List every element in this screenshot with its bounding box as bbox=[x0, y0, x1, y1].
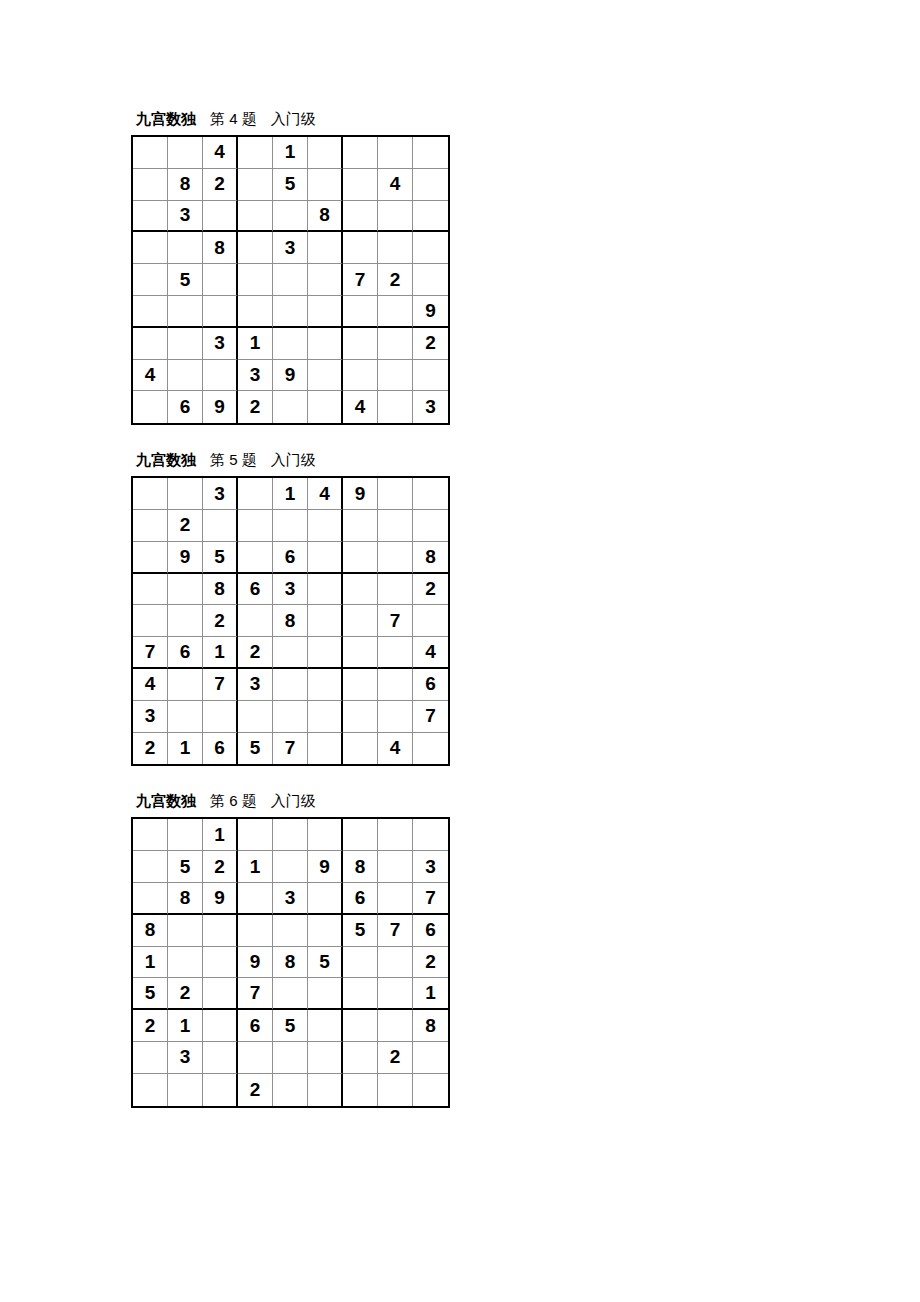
sudoku-cell-r9c6 bbox=[308, 733, 343, 765]
sudoku-grid-6: 152198389367857619852527121658322 bbox=[131, 817, 450, 1107]
sudoku-cell-r5c7 bbox=[343, 947, 378, 979]
sudoku-worksheet-page: 九宫数独第 4 题入门级 4182543883572931243969243 九… bbox=[0, 0, 920, 1108]
sudoku-cell-r4c2 bbox=[168, 232, 203, 264]
sudoku-grid-5: 314929568863228776124473637216574 bbox=[131, 476, 450, 766]
sudoku-cell-r7c8 bbox=[378, 328, 413, 360]
sudoku-cell-r7c7 bbox=[343, 328, 378, 360]
sudoku-cell-r2c1 bbox=[133, 510, 168, 542]
sudoku-cell-r4c3 bbox=[203, 915, 238, 947]
sudoku-cell-r8c5 bbox=[273, 1042, 308, 1074]
sudoku-cell-r6c2: 6 bbox=[168, 637, 203, 669]
sudoku-cell-r5c9 bbox=[413, 605, 448, 637]
puzzle-number-label: 第 6 题 bbox=[210, 792, 257, 809]
puzzle-number-label: 第 5 题 bbox=[210, 451, 257, 468]
sudoku-cell-r6c7 bbox=[343, 978, 378, 1010]
sudoku-cell-r7c3 bbox=[203, 1010, 238, 1042]
sudoku-cell-r9c7 bbox=[343, 733, 378, 765]
sudoku-cell-r9c7 bbox=[343, 1074, 378, 1106]
sudoku-cell-r8c4 bbox=[238, 701, 273, 733]
sudoku-cell-r5c3 bbox=[203, 264, 238, 296]
sudoku-cell-r6c7 bbox=[343, 296, 378, 328]
puzzle-series-label: 九宫数独 bbox=[136, 451, 196, 468]
sudoku-cell-r3c1 bbox=[133, 883, 168, 915]
sudoku-cell-r2c6 bbox=[308, 169, 343, 201]
sudoku-cell-r8c1 bbox=[133, 1042, 168, 1074]
sudoku-cell-r3c6: 8 bbox=[308, 201, 343, 233]
sudoku-cell-r6c4: 7 bbox=[238, 978, 273, 1010]
sudoku-cell-r9c4: 5 bbox=[238, 733, 273, 765]
sudoku-cell-r8c8: 2 bbox=[378, 1042, 413, 1074]
sudoku-cell-r5c2 bbox=[168, 947, 203, 979]
sudoku-cell-r8c8 bbox=[378, 701, 413, 733]
sudoku-cell-r4c2 bbox=[168, 574, 203, 606]
sudoku-cell-r1c6: 4 bbox=[308, 478, 343, 510]
sudoku-cell-r5c4: 9 bbox=[238, 947, 273, 979]
sudoku-cell-r3c8 bbox=[378, 542, 413, 574]
sudoku-cell-r2c6: 9 bbox=[308, 851, 343, 883]
sudoku-cell-r4c5 bbox=[273, 915, 308, 947]
sudoku-cell-r2c3: 2 bbox=[203, 851, 238, 883]
sudoku-cell-r4c2 bbox=[168, 915, 203, 947]
sudoku-cell-r8c1: 3 bbox=[133, 701, 168, 733]
sudoku-cell-r6c8 bbox=[378, 978, 413, 1010]
sudoku-cell-r5c7 bbox=[343, 605, 378, 637]
sudoku-cell-r9c8 bbox=[378, 1074, 413, 1106]
sudoku-cell-r4c8 bbox=[378, 232, 413, 264]
sudoku-cell-r4c7: 5 bbox=[343, 915, 378, 947]
sudoku-cell-r5c3 bbox=[203, 947, 238, 979]
sudoku-cell-r8c4 bbox=[238, 1042, 273, 1074]
sudoku-cell-r1c9 bbox=[413, 137, 448, 169]
sudoku-cell-r7c2 bbox=[168, 328, 203, 360]
sudoku-cell-r3c5: 6 bbox=[273, 542, 308, 574]
sudoku-cell-r6c3 bbox=[203, 296, 238, 328]
sudoku-cell-r3c6 bbox=[308, 883, 343, 915]
sudoku-cell-r4c7 bbox=[343, 574, 378, 606]
puzzle-level-label: 入门级 bbox=[271, 792, 316, 809]
sudoku-cell-r8c9: 7 bbox=[413, 701, 448, 733]
sudoku-cell-r4c1 bbox=[133, 574, 168, 606]
sudoku-cell-r1c2 bbox=[168, 478, 203, 510]
sudoku-cell-r6c5 bbox=[273, 296, 308, 328]
puzzle-level-label: 入门级 bbox=[271, 451, 316, 468]
sudoku-cell-r5c1 bbox=[133, 264, 168, 296]
sudoku-cell-r3c2: 3 bbox=[168, 201, 203, 233]
sudoku-cell-r5c9 bbox=[413, 264, 448, 296]
sudoku-cell-r9c5 bbox=[273, 1074, 308, 1106]
puzzle-number-label: 第 4 题 bbox=[210, 110, 257, 127]
sudoku-cell-r8c5: 9 bbox=[273, 360, 308, 392]
sudoku-cell-r1c8 bbox=[378, 478, 413, 510]
sudoku-cell-r6c1 bbox=[133, 296, 168, 328]
sudoku-cell-r5c5 bbox=[273, 264, 308, 296]
sudoku-cell-r5c8: 2 bbox=[378, 264, 413, 296]
sudoku-cell-r3c5 bbox=[273, 201, 308, 233]
sudoku-cell-r1c4 bbox=[238, 819, 273, 851]
sudoku-cell-r8c3 bbox=[203, 360, 238, 392]
sudoku-cell-r2c9: 3 bbox=[413, 851, 448, 883]
sudoku-cell-r3c5: 3 bbox=[273, 883, 308, 915]
sudoku-cell-r9c6 bbox=[308, 391, 343, 423]
sudoku-cell-r9c2: 6 bbox=[168, 391, 203, 423]
sudoku-cell-r6c1: 7 bbox=[133, 637, 168, 669]
sudoku-cell-r7c8 bbox=[378, 1010, 413, 1042]
sudoku-cell-r7c4: 6 bbox=[238, 1010, 273, 1042]
sudoku-cell-r5c6 bbox=[308, 264, 343, 296]
sudoku-cell-r1c5: 1 bbox=[273, 137, 308, 169]
sudoku-cell-r1c4 bbox=[238, 137, 273, 169]
puzzle-title-4: 九宫数独第 4 题入门级 bbox=[136, 110, 920, 128]
sudoku-cell-r4c9 bbox=[413, 232, 448, 264]
sudoku-cell-r7c1: 2 bbox=[133, 1010, 168, 1042]
sudoku-cell-r5c5: 8 bbox=[273, 605, 308, 637]
sudoku-cell-r5c8 bbox=[378, 947, 413, 979]
sudoku-cell-r2c4 bbox=[238, 510, 273, 542]
sudoku-cell-r5c1 bbox=[133, 605, 168, 637]
sudoku-cell-r3c9 bbox=[413, 201, 448, 233]
sudoku-cell-r6c2: 2 bbox=[168, 978, 203, 1010]
sudoku-cell-r6c4: 2 bbox=[238, 637, 273, 669]
sudoku-cell-r6c5 bbox=[273, 978, 308, 1010]
sudoku-cell-r7c5 bbox=[273, 669, 308, 701]
sudoku-cell-r3c9: 8 bbox=[413, 542, 448, 574]
sudoku-cell-r9c1 bbox=[133, 1074, 168, 1106]
sudoku-cell-r1c7 bbox=[343, 819, 378, 851]
sudoku-cell-r4c1 bbox=[133, 232, 168, 264]
sudoku-cell-r8c3 bbox=[203, 701, 238, 733]
puzzle-section-5: 九宫数独第 5 题入门级 314929568863228776124473637… bbox=[131, 451, 920, 766]
sudoku-cell-r9c9: 3 bbox=[413, 391, 448, 423]
sudoku-cell-r6c3 bbox=[203, 978, 238, 1010]
sudoku-cell-r6c6 bbox=[308, 296, 343, 328]
sudoku-cell-r2c7 bbox=[343, 169, 378, 201]
sudoku-cell-r4c4 bbox=[238, 232, 273, 264]
sudoku-cell-r1c8 bbox=[378, 819, 413, 851]
sudoku-cell-r3c2: 8 bbox=[168, 883, 203, 915]
sudoku-cell-r6c6 bbox=[308, 637, 343, 669]
sudoku-cell-r9c4: 2 bbox=[238, 391, 273, 423]
sudoku-cell-r7c1: 4 bbox=[133, 669, 168, 701]
sudoku-cell-r4c8: 7 bbox=[378, 915, 413, 947]
sudoku-cell-r8c6 bbox=[308, 701, 343, 733]
sudoku-cell-r4c9: 6 bbox=[413, 915, 448, 947]
sudoku-cell-r8c9 bbox=[413, 360, 448, 392]
sudoku-cell-r5c2: 5 bbox=[168, 264, 203, 296]
sudoku-cell-r4c9: 2 bbox=[413, 574, 448, 606]
sudoku-cell-r2c3 bbox=[203, 510, 238, 542]
sudoku-cell-r2c5: 5 bbox=[273, 169, 308, 201]
sudoku-cell-r1c3: 3 bbox=[203, 478, 238, 510]
sudoku-cell-r3c3 bbox=[203, 201, 238, 233]
puzzle-title-5: 九宫数独第 5 题入门级 bbox=[136, 451, 920, 469]
sudoku-cell-r8c7 bbox=[343, 701, 378, 733]
sudoku-cell-r1c7 bbox=[343, 137, 378, 169]
sudoku-cell-r2c2: 5 bbox=[168, 851, 203, 883]
sudoku-cell-r3c7: 6 bbox=[343, 883, 378, 915]
sudoku-cell-r9c3: 6 bbox=[203, 733, 238, 765]
sudoku-cell-r8c2: 3 bbox=[168, 1042, 203, 1074]
sudoku-cell-r7c7 bbox=[343, 669, 378, 701]
sudoku-cell-r3c7 bbox=[343, 201, 378, 233]
sudoku-cell-r7c9: 6 bbox=[413, 669, 448, 701]
sudoku-cell-r9c3 bbox=[203, 1074, 238, 1106]
sudoku-cell-r4c4 bbox=[238, 915, 273, 947]
sudoku-cell-r7c6 bbox=[308, 669, 343, 701]
sudoku-cell-r1c7: 9 bbox=[343, 478, 378, 510]
sudoku-cell-r6c9: 4 bbox=[413, 637, 448, 669]
sudoku-cell-r7c2: 1 bbox=[168, 1010, 203, 1042]
sudoku-cell-r2c1 bbox=[133, 851, 168, 883]
sudoku-cell-r9c9 bbox=[413, 733, 448, 765]
sudoku-cell-r2c9 bbox=[413, 510, 448, 542]
sudoku-cell-r7c3: 7 bbox=[203, 669, 238, 701]
sudoku-cell-r1c8 bbox=[378, 137, 413, 169]
sudoku-cell-r8c2 bbox=[168, 360, 203, 392]
sudoku-cell-r7c5 bbox=[273, 328, 308, 360]
sudoku-cell-r4c6 bbox=[308, 574, 343, 606]
sudoku-cell-r7c5: 5 bbox=[273, 1010, 308, 1042]
sudoku-cell-r9c3: 9 bbox=[203, 391, 238, 423]
sudoku-cell-r8c3 bbox=[203, 1042, 238, 1074]
sudoku-cell-r8c5 bbox=[273, 701, 308, 733]
sudoku-cell-r2c4: 1 bbox=[238, 851, 273, 883]
sudoku-cell-r6c6 bbox=[308, 978, 343, 1010]
sudoku-cell-r7c6 bbox=[308, 1010, 343, 1042]
sudoku-cell-r4c6 bbox=[308, 915, 343, 947]
sudoku-cell-r6c4 bbox=[238, 296, 273, 328]
sudoku-cell-r2c4 bbox=[238, 169, 273, 201]
sudoku-cell-r2c2: 8 bbox=[168, 169, 203, 201]
sudoku-cell-r6c2 bbox=[168, 296, 203, 328]
sudoku-cell-r3c7 bbox=[343, 542, 378, 574]
sudoku-cell-r8c2 bbox=[168, 701, 203, 733]
sudoku-cell-r2c6 bbox=[308, 510, 343, 542]
sudoku-cell-r2c9 bbox=[413, 169, 448, 201]
sudoku-cell-r1c6 bbox=[308, 819, 343, 851]
sudoku-cell-r6c5 bbox=[273, 637, 308, 669]
sudoku-cell-r1c6 bbox=[308, 137, 343, 169]
sudoku-cell-r5c2 bbox=[168, 605, 203, 637]
sudoku-cell-r4c1: 8 bbox=[133, 915, 168, 947]
sudoku-cell-r3c8 bbox=[378, 201, 413, 233]
sudoku-cell-r1c9 bbox=[413, 819, 448, 851]
sudoku-cell-r8c7 bbox=[343, 1042, 378, 1074]
sudoku-cell-r1c9 bbox=[413, 478, 448, 510]
sudoku-cell-r2c3: 2 bbox=[203, 169, 238, 201]
puzzle-series-label: 九宫数独 bbox=[136, 792, 196, 809]
sudoku-cell-r4c8 bbox=[378, 574, 413, 606]
sudoku-cell-r5c4 bbox=[238, 605, 273, 637]
sudoku-cell-r1c3: 4 bbox=[203, 137, 238, 169]
sudoku-cell-r3c4 bbox=[238, 542, 273, 574]
sudoku-cell-r2c1 bbox=[133, 169, 168, 201]
sudoku-cell-r5c6: 5 bbox=[308, 947, 343, 979]
sudoku-cell-r4c7 bbox=[343, 232, 378, 264]
sudoku-cell-r9c2: 1 bbox=[168, 733, 203, 765]
sudoku-cell-r7c7 bbox=[343, 1010, 378, 1042]
sudoku-cell-r1c2 bbox=[168, 819, 203, 851]
sudoku-grid-4: 4182543883572931243969243 bbox=[131, 135, 450, 425]
sudoku-cell-r6c8 bbox=[378, 296, 413, 328]
puzzle-title-6: 九宫数独第 6 题入门级 bbox=[136, 792, 920, 810]
sudoku-cell-r8c6 bbox=[308, 360, 343, 392]
sudoku-cell-r4c5: 3 bbox=[273, 232, 308, 264]
sudoku-cell-r9c6 bbox=[308, 1074, 343, 1106]
sudoku-cell-r3c1 bbox=[133, 201, 168, 233]
sudoku-cell-r6c3: 1 bbox=[203, 637, 238, 669]
sudoku-cell-r8c1: 4 bbox=[133, 360, 168, 392]
sudoku-cell-r1c5 bbox=[273, 819, 308, 851]
sudoku-cell-r5c7: 7 bbox=[343, 264, 378, 296]
sudoku-cell-r5c6 bbox=[308, 605, 343, 637]
sudoku-cell-r7c6 bbox=[308, 328, 343, 360]
sudoku-cell-r8c4: 3 bbox=[238, 360, 273, 392]
sudoku-cell-r3c2: 9 bbox=[168, 542, 203, 574]
sudoku-cell-r7c2 bbox=[168, 669, 203, 701]
sudoku-cell-r2c7: 8 bbox=[343, 851, 378, 883]
sudoku-cell-r4c5: 3 bbox=[273, 574, 308, 606]
sudoku-cell-r9c7: 4 bbox=[343, 391, 378, 423]
sudoku-cell-r9c9 bbox=[413, 1074, 448, 1106]
sudoku-cell-r9c2 bbox=[168, 1074, 203, 1106]
puzzle-level-label: 入门级 bbox=[271, 110, 316, 127]
sudoku-cell-r9c5: 7 bbox=[273, 733, 308, 765]
sudoku-cell-r7c1 bbox=[133, 328, 168, 360]
sudoku-cell-r1c1 bbox=[133, 137, 168, 169]
sudoku-cell-r9c8 bbox=[378, 391, 413, 423]
sudoku-cell-r4c3: 8 bbox=[203, 574, 238, 606]
sudoku-cell-r4c3: 8 bbox=[203, 232, 238, 264]
sudoku-cell-r7c8 bbox=[378, 669, 413, 701]
sudoku-cell-r9c8: 4 bbox=[378, 733, 413, 765]
sudoku-cell-r6c8 bbox=[378, 637, 413, 669]
sudoku-cell-r2c7 bbox=[343, 510, 378, 542]
sudoku-cell-r8c6 bbox=[308, 1042, 343, 1074]
sudoku-cell-r5c9: 2 bbox=[413, 947, 448, 979]
puzzle-series-label: 九宫数独 bbox=[136, 110, 196, 127]
sudoku-cell-r1c4 bbox=[238, 478, 273, 510]
sudoku-cell-r2c8 bbox=[378, 851, 413, 883]
sudoku-cell-r2c5 bbox=[273, 851, 308, 883]
sudoku-cell-r7c9: 2 bbox=[413, 328, 448, 360]
sudoku-cell-r5c4 bbox=[238, 264, 273, 296]
sudoku-cell-r6c7 bbox=[343, 637, 378, 669]
sudoku-cell-r9c1: 2 bbox=[133, 733, 168, 765]
sudoku-cell-r7c9: 8 bbox=[413, 1010, 448, 1042]
sudoku-cell-r3c3: 5 bbox=[203, 542, 238, 574]
sudoku-cell-r5c8: 7 bbox=[378, 605, 413, 637]
puzzle-section-6: 九宫数独第 6 题入门级 152198389367857619852527121… bbox=[131, 792, 920, 1107]
sudoku-cell-r3c4 bbox=[238, 201, 273, 233]
sudoku-cell-r2c2: 2 bbox=[168, 510, 203, 542]
sudoku-cell-r6c9: 9 bbox=[413, 296, 448, 328]
sudoku-cell-r3c6 bbox=[308, 542, 343, 574]
sudoku-cell-r2c8 bbox=[378, 510, 413, 542]
sudoku-cell-r9c1 bbox=[133, 391, 168, 423]
sudoku-cell-r6c9: 1 bbox=[413, 978, 448, 1010]
sudoku-cell-r3c3: 9 bbox=[203, 883, 238, 915]
sudoku-cell-r9c4: 2 bbox=[238, 1074, 273, 1106]
sudoku-cell-r5c5: 8 bbox=[273, 947, 308, 979]
sudoku-cell-r1c3: 1 bbox=[203, 819, 238, 851]
sudoku-cell-r7c4: 1 bbox=[238, 328, 273, 360]
sudoku-cell-r3c4 bbox=[238, 883, 273, 915]
sudoku-cell-r5c3: 2 bbox=[203, 605, 238, 637]
sudoku-cell-r3c9: 7 bbox=[413, 883, 448, 915]
sudoku-cell-r3c8 bbox=[378, 883, 413, 915]
sudoku-cell-r1c2 bbox=[168, 137, 203, 169]
sudoku-cell-r7c3: 3 bbox=[203, 328, 238, 360]
sudoku-cell-r1c1 bbox=[133, 819, 168, 851]
sudoku-cell-r2c8: 4 bbox=[378, 169, 413, 201]
sudoku-cell-r4c6 bbox=[308, 232, 343, 264]
sudoku-cell-r4c4: 6 bbox=[238, 574, 273, 606]
sudoku-cell-r2c5 bbox=[273, 510, 308, 542]
sudoku-cell-r3c1 bbox=[133, 542, 168, 574]
sudoku-cell-r5c1: 1 bbox=[133, 947, 168, 979]
sudoku-cell-r7c4: 3 bbox=[238, 669, 273, 701]
sudoku-cell-r9c5 bbox=[273, 391, 308, 423]
puzzle-section-4: 九宫数独第 4 题入门级 4182543883572931243969243 bbox=[131, 110, 920, 425]
sudoku-cell-r6c1: 5 bbox=[133, 978, 168, 1010]
sudoku-cell-r1c1 bbox=[133, 478, 168, 510]
sudoku-cell-r8c7 bbox=[343, 360, 378, 392]
sudoku-cell-r8c9 bbox=[413, 1042, 448, 1074]
sudoku-cell-r8c8 bbox=[378, 360, 413, 392]
sudoku-cell-r1c5: 1 bbox=[273, 478, 308, 510]
